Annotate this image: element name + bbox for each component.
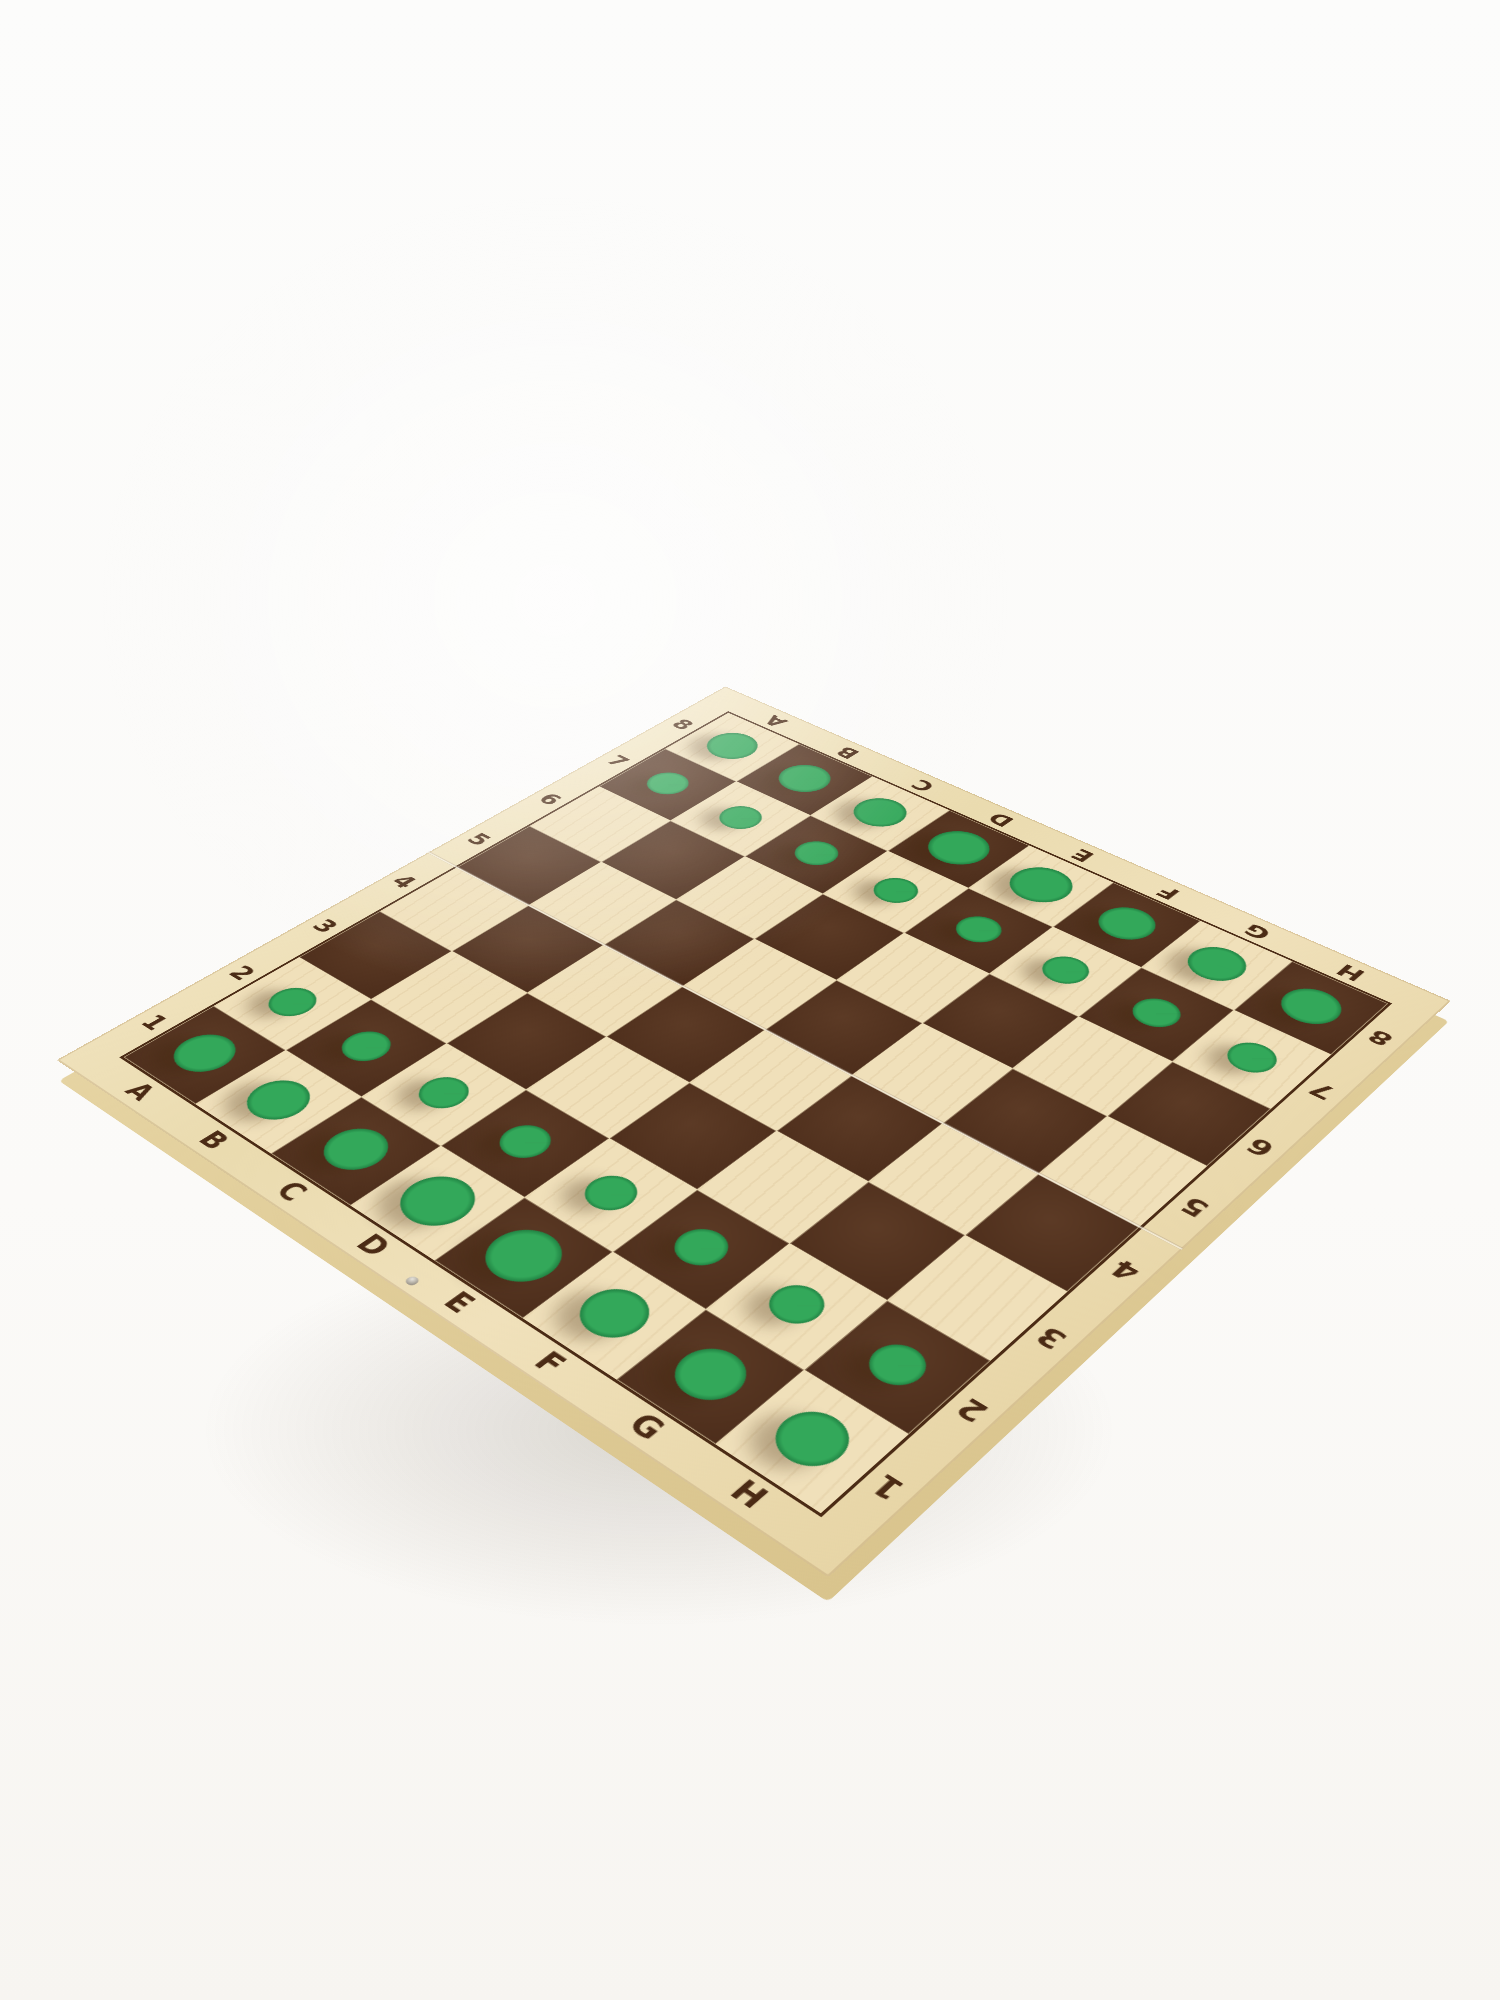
black-pawn-glyph: ♟	[776, 772, 857, 862]
black-pawn-glyph: ♟	[1206, 966, 1297, 1068]
black-pawn-glyph: ♟	[1112, 923, 1201, 1022]
black-pawn-glyph: ♟	[701, 738, 780, 827]
studio-scene: ABCDEFGH 12345678 ABCDEFGH 12345678 ♜♞♝♛…	[0, 0, 1500, 2000]
black-pawn-glyph: ♟	[854, 807, 937, 899]
black-pawn-glyph: ♟	[1022, 883, 1109, 980]
white-rook-glyph: ♜	[731, 1275, 893, 1456]
hinge-screw	[403, 1275, 421, 1287]
black-pawn-glyph: ♟	[936, 844, 1021, 939]
